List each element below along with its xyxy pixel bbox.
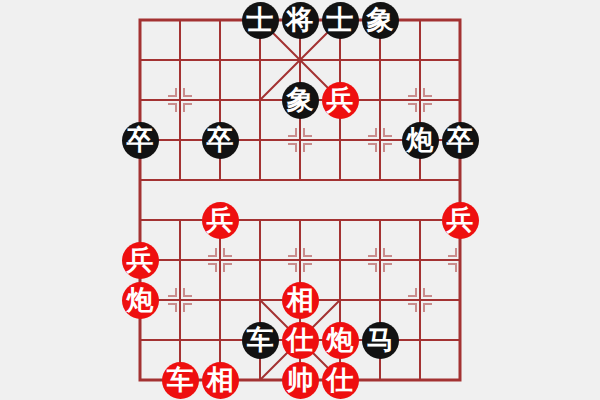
- piece-red-elephant[interactable]: 相: [202, 362, 239, 399]
- piece-red-soldier[interactable]: 兵: [202, 202, 239, 239]
- piece-red-soldier[interactable]: 兵: [442, 202, 479, 239]
- piece-black-advisor[interactable]: 士: [322, 2, 359, 39]
- piece-red-advisor[interactable]: 仕: [282, 322, 319, 359]
- xiangqi-board: 士将士象象兵卒卒炮卒兵兵兵炮相车仕炮马车相帅仕: [0, 0, 600, 400]
- piece-red-soldier[interactable]: 兵: [122, 242, 159, 279]
- piece-black-soldier[interactable]: 卒: [442, 122, 479, 159]
- piece-red-cannon[interactable]: 炮: [322, 322, 359, 359]
- piece-red-advisor[interactable]: 仕: [322, 362, 359, 399]
- piece-red-elephant[interactable]: 相: [282, 282, 319, 319]
- piece-black-elephant[interactable]: 象: [362, 2, 399, 39]
- piece-red-chariot[interactable]: 车: [162, 362, 199, 399]
- piece-black-soldier[interactable]: 卒: [122, 122, 159, 159]
- piece-black-advisor[interactable]: 士: [242, 2, 279, 39]
- piece-red-soldier[interactable]: 兵: [322, 82, 359, 119]
- piece-red-cannon[interactable]: 炮: [122, 282, 159, 319]
- piece-black-general[interactable]: 将: [282, 2, 319, 39]
- piece-black-chariot[interactable]: 车: [242, 322, 279, 359]
- piece-black-soldier[interactable]: 卒: [202, 122, 239, 159]
- piece-black-elephant[interactable]: 象: [282, 82, 319, 119]
- piece-red-general[interactable]: 帅: [282, 362, 319, 399]
- pieces-layer[interactable]: 士将士象象兵卒卒炮卒兵兵兵炮相车仕炮马车相帅仕: [120, 0, 480, 400]
- piece-black-cannon[interactable]: 炮: [402, 122, 439, 159]
- piece-black-horse[interactable]: 马: [362, 322, 399, 359]
